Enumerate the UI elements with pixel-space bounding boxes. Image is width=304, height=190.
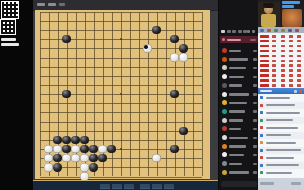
count-text	[253, 137, 257, 140]
chat-message-row[interactable]	[220, 151, 258, 159]
window-title	[260, 90, 272, 93]
black-stone[interactable]	[170, 145, 178, 153]
avatar	[222, 100, 227, 105]
player-stat-text	[297, 60, 301, 63]
go-app-window	[33, 0, 218, 190]
room-list-row[interactable]	[258, 147, 304, 155]
username-text	[229, 67, 246, 70]
room-icon	[260, 96, 263, 99]
count-text	[253, 119, 257, 122]
player-stat-text	[297, 79, 301, 82]
count-text	[253, 154, 257, 157]
room-list-row[interactable]	[258, 162, 304, 170]
count-text	[253, 84, 257, 87]
black-stone[interactable]	[53, 136, 61, 144]
player-stat-text	[289, 74, 293, 77]
grid-line-v	[193, 12, 194, 177]
white-stone[interactable]	[44, 145, 52, 153]
player-name-text	[260, 74, 269, 77]
black-stone[interactable]	[170, 35, 178, 43]
white-stone[interactable]	[71, 145, 79, 153]
player-stat-text	[289, 55, 293, 58]
username-text	[229, 110, 245, 113]
white-stone[interactable]	[152, 154, 160, 162]
black-stone[interactable]	[152, 26, 160, 34]
player-name-text	[260, 40, 269, 43]
room-icon	[260, 141, 263, 144]
room-text	[266, 172, 292, 174]
chat-message-row[interactable]	[220, 82, 258, 90]
white-stone[interactable]	[179, 53, 187, 61]
username-text	[229, 128, 241, 131]
toolbar-icon[interactable]	[274, 29, 278, 32]
player-name-text	[260, 79, 269, 82]
player-stat-text	[289, 79, 293, 82]
player-stat-text	[297, 40, 301, 43]
chat-message-row[interactable]	[220, 108, 258, 116]
player-stat-text	[272, 40, 276, 43]
player-stat-text	[281, 79, 285, 82]
username-text	[229, 50, 241, 53]
white-stone[interactable]	[44, 154, 52, 162]
room-list-row[interactable]	[258, 117, 304, 125]
chat-tab[interactable]	[221, 30, 225, 33]
avatar	[222, 152, 227, 157]
room-text	[266, 97, 290, 99]
chat-tab[interactable]	[232, 30, 236, 33]
avatar	[222, 83, 227, 88]
white-stone[interactable]	[44, 163, 52, 171]
pinned-banner[interactable]	[220, 36, 258, 43]
player-stat-text	[297, 55, 301, 58]
black-stone[interactable]	[71, 136, 79, 144]
player-stat-text	[297, 35, 301, 38]
player-stat-text	[272, 60, 276, 63]
room-list-row[interactable]	[258, 139, 304, 147]
black-stone[interactable]	[179, 44, 187, 52]
chat-message-row[interactable]	[220, 99, 258, 107]
room-icon	[260, 126, 263, 129]
count-text	[253, 58, 257, 61]
username-text	[229, 154, 244, 157]
player-stat-text	[281, 40, 285, 43]
count-text	[253, 93, 257, 96]
grid-line-v	[166, 12, 167, 177]
side-client-panel	[258, 0, 304, 190]
player-stat-text	[272, 50, 276, 53]
star-point	[120, 38, 122, 40]
black-stone[interactable]	[98, 154, 106, 162]
chat-message-row[interactable]	[220, 125, 258, 133]
white-stone[interactable]	[98, 145, 106, 153]
settings-icon[interactable]	[252, 30, 255, 33]
player-stat-text	[281, 64, 285, 67]
player-stat-text	[289, 40, 293, 43]
player-stat-text	[289, 84, 293, 87]
player-name-text	[260, 84, 269, 87]
black-stone[interactable]	[170, 90, 178, 98]
black-stone[interactable]	[62, 90, 70, 98]
qr-code-bottom	[0, 19, 16, 35]
room-list-row[interactable]	[258, 94, 304, 102]
black-stone[interactable]	[179, 127, 187, 135]
room-list-row[interactable]	[258, 102, 304, 110]
room-icon	[260, 104, 263, 107]
screen	[0, 0, 304, 190]
qr-code-top	[1, 1, 19, 19]
toolbar-button[interactable]	[164, 184, 174, 189]
avatar	[222, 48, 227, 53]
chat-message-row[interactable]	[220, 169, 258, 177]
player-stat-text	[281, 60, 285, 63]
caption-link-line[interactable]	[282, 1, 300, 4]
room-text	[266, 119, 293, 121]
grid-line-h	[40, 122, 202, 123]
room-text	[266, 127, 298, 129]
chat-message-row[interactable]	[220, 56, 258, 64]
username-text	[229, 145, 246, 148]
avatar	[222, 126, 227, 131]
player-stat-text	[289, 69, 293, 72]
count-text	[253, 50, 257, 53]
grid-line-v	[130, 12, 131, 177]
player-stat-text	[289, 50, 293, 53]
white-stone[interactable]	[80, 154, 88, 162]
caption-link-line[interactable]	[282, 5, 294, 8]
player-stat-text	[281, 50, 285, 53]
gift-icon	[222, 38, 225, 41]
player-stat-text	[281, 74, 285, 77]
avatar	[222, 109, 227, 114]
toolbar-icon[interactable]	[295, 29, 299, 32]
toolbar-icon[interactable]	[281, 29, 285, 32]
grid-line-v	[139, 12, 140, 177]
room-text	[266, 149, 301, 151]
room-text	[266, 112, 300, 114]
player-stat-text	[272, 45, 276, 48]
username-text	[229, 58, 248, 61]
player-stat-text	[297, 69, 301, 72]
toolbar-icon[interactable]	[267, 29, 271, 32]
room-text	[266, 157, 294, 159]
player-name-text	[260, 69, 269, 72]
white-stone[interactable]	[170, 53, 178, 61]
toolbar-button[interactable]	[100, 184, 110, 189]
username-text	[229, 171, 249, 174]
count-text	[253, 163, 257, 166]
black-stone[interactable]	[62, 35, 70, 43]
close-button[interactable]	[299, 90, 302, 93]
grid-line-h	[40, 177, 202, 178]
player-stat-text	[272, 84, 276, 87]
username-text	[229, 76, 244, 79]
chat-message-row[interactable]	[220, 160, 258, 168]
player-stat-text	[272, 69, 276, 72]
player-stat-text	[272, 79, 276, 82]
black-stone[interactable]	[89, 154, 97, 162]
count-text	[253, 102, 257, 105]
game-room-list[interactable]	[258, 94, 304, 178]
chat-panel	[218, 0, 259, 190]
room-list-row[interactable]	[258, 154, 304, 162]
username-text	[229, 119, 243, 122]
chat-tab[interactable]	[227, 30, 231, 33]
room-icon	[260, 111, 263, 114]
chat-input[interactable]	[221, 181, 257, 187]
chat-message-row[interactable]	[220, 64, 258, 72]
status-text	[260, 182, 274, 185]
player-stat-text	[297, 50, 301, 53]
player-stat-text	[281, 69, 285, 72]
grid-line-v	[184, 12, 185, 177]
room-text	[266, 104, 295, 106]
room-icon	[260, 171, 263, 174]
webcam-view	[258, 2, 280, 27]
black-stone[interactable]	[89, 145, 97, 153]
player-stat-text	[272, 74, 276, 77]
count-text	[253, 67, 257, 70]
status-text	[291, 182, 301, 185]
player-name-text	[260, 55, 269, 58]
webcam-body	[261, 14, 276, 27]
room-text	[266, 142, 296, 144]
avatar	[222, 144, 227, 149]
qr-caption-line	[1, 43, 19, 46]
player-stat-text	[297, 64, 301, 67]
white-stone[interactable]	[80, 163, 88, 171]
player-stat-text	[297, 45, 301, 48]
player-stat-text	[289, 60, 293, 63]
avatar	[222, 118, 227, 123]
star-point	[120, 93, 122, 95]
player-stat-text	[272, 64, 276, 67]
avatar	[222, 92, 227, 97]
chat-message-row[interactable]	[220, 134, 258, 142]
toolbar-button[interactable]	[140, 184, 150, 189]
room-list-row[interactable]	[258, 109, 304, 117]
grid-line-v	[148, 12, 149, 177]
room-list-row[interactable]	[258, 132, 304, 140]
left-overlay-strip	[0, 0, 33, 190]
count-text	[253, 145, 257, 148]
white-stone[interactable]	[53, 145, 61, 153]
player-rank-table[interactable]	[258, 33, 304, 88]
chat-message-row[interactable]	[220, 91, 258, 99]
mascot-image	[282, 9, 302, 27]
grid-line-v	[157, 12, 158, 177]
black-stone[interactable]	[89, 163, 97, 171]
grid-line-h	[40, 112, 202, 113]
avatar	[222, 135, 227, 140]
room-icon	[260, 119, 263, 122]
chat-message-row[interactable]	[220, 117, 258, 125]
avatar	[222, 65, 227, 70]
avatar	[222, 57, 227, 62]
grid-line-v	[202, 12, 203, 177]
chat-message-row[interactable]	[220, 47, 258, 55]
username-text	[229, 102, 247, 105]
black-stone[interactable]	[107, 145, 115, 153]
username-text	[229, 84, 242, 87]
count-text	[253, 171, 257, 174]
go-app-toolbar	[33, 180, 218, 190]
username-text	[229, 163, 242, 166]
webcam-hair	[263, 3, 274, 8]
menu-item[interactable]	[37, 3, 45, 6]
player-stat-text	[281, 35, 285, 38]
toolbar-icon[interactable]	[260, 29, 264, 32]
room-list-row[interactable]	[258, 169, 304, 177]
qr-caption-line	[1, 38, 16, 41]
white-stone[interactable]	[62, 154, 70, 162]
grid-line-h	[40, 167, 202, 168]
room-icon	[260, 156, 263, 159]
room-text	[266, 134, 291, 136]
grid-line-h	[40, 103, 202, 104]
room-text	[266, 164, 299, 166]
chat-tab[interactable]	[238, 30, 242, 33]
player-stat-text	[297, 84, 301, 87]
room-icon	[260, 149, 263, 152]
toolbar-button[interactable]	[124, 184, 134, 189]
toolbar-button[interactable]	[112, 184, 122, 189]
black-stone[interactable]	[62, 145, 70, 153]
player-name-text	[260, 64, 269, 67]
menu-item[interactable]	[48, 3, 56, 6]
black-stone[interactable]	[80, 136, 88, 144]
chat-message-row[interactable]	[220, 73, 258, 81]
black-stone[interactable]	[80, 145, 88, 153]
avatar	[222, 74, 227, 79]
room-icon	[260, 164, 263, 167]
count-text	[253, 128, 257, 131]
player-name-text	[260, 60, 269, 63]
player-stat-text	[289, 64, 293, 67]
black-stone[interactable]	[62, 136, 70, 144]
room-icon	[260, 134, 263, 137]
player-stat-text	[289, 45, 293, 48]
player-stat-text	[272, 55, 276, 58]
count-text	[253, 76, 257, 79]
avatar	[222, 170, 227, 175]
menu-item[interactable]	[59, 3, 65, 6]
black-stone[interactable]	[53, 163, 61, 171]
banner-text	[227, 39, 241, 42]
username-text	[229, 137, 248, 140]
player-stat-text	[281, 84, 285, 87]
username-text	[229, 93, 249, 96]
banner-count	[250, 39, 256, 42]
count-text	[253, 110, 257, 113]
grid-icon[interactable]	[247, 30, 250, 33]
player-name-text	[260, 35, 269, 38]
go-board[interactable]	[35, 10, 210, 179]
minimize-button[interactable]	[294, 90, 297, 93]
toolbar-button[interactable]	[152, 184, 162, 189]
star-point	[120, 148, 122, 150]
avatar	[222, 161, 227, 166]
player-stat-text	[297, 74, 301, 77]
player-name-text	[260, 45, 269, 48]
chat-message-row[interactable]	[220, 143, 258, 151]
client-statusbar	[258, 178, 304, 190]
grid-line-h	[40, 131, 202, 132]
player-name-text	[260, 50, 269, 53]
last-move-marker	[144, 45, 148, 49]
black-stone[interactable]	[53, 154, 61, 162]
player-stat-text	[272, 35, 276, 38]
player-stat-text	[281, 45, 285, 48]
player-stat-text	[289, 35, 293, 38]
white-stone[interactable]	[71, 154, 79, 162]
room-list-row[interactable]	[258, 124, 304, 132]
toolbar-icon[interactable]	[288, 29, 292, 32]
player-stat-text	[281, 55, 285, 58]
